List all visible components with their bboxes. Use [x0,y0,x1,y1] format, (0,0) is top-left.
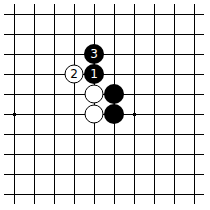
white-stone: 2 [65,65,84,84]
board-point-0-5[interactable] [4,104,24,124]
board-point-7-3[interactable] [144,64,164,84]
board-point-9-5[interactable] [184,104,204,124]
stone-move-number: 3 [90,48,98,60]
white-stone [85,105,104,124]
board-point-9-8[interactable] [184,164,204,184]
board-point-4-3[interactable]: 1 [84,64,104,84]
board-point-1-5[interactable] [24,104,44,124]
board-point-3-3[interactable]: 2 [64,64,84,84]
board-point-6-1[interactable] [124,24,144,44]
board-point-5-7[interactable] [104,144,124,164]
board-point-7-7[interactable] [144,144,164,164]
board-point-8-9[interactable] [164,184,184,204]
board-point-3-2[interactable] [64,44,84,64]
board-point-6-9[interactable] [124,184,144,204]
board-point-9-4[interactable] [184,84,204,104]
board-point-7-5[interactable] [144,104,164,124]
board-point-6-2[interactable] [124,44,144,64]
board-point-0-0[interactable] [4,4,24,24]
board-point-9-3[interactable] [184,64,204,84]
board-point-4-0[interactable] [84,4,104,24]
board-point-4-2[interactable]: 3 [84,44,104,64]
board-point-1-8[interactable] [24,164,44,184]
board-point-8-4[interactable] [164,84,184,104]
board-point-6-6[interactable] [124,124,144,144]
board-point-4-1[interactable] [84,24,104,44]
board-point-1-7[interactable] [24,144,44,164]
board-point-0-3[interactable] [4,64,24,84]
board-point-0-2[interactable] [4,44,24,64]
board-point-2-7[interactable] [44,144,64,164]
board-point-8-8[interactable] [164,164,184,184]
board-point-1-9[interactable] [24,184,44,204]
board-point-2-9[interactable] [44,184,64,204]
board-point-5-1[interactable] [104,24,124,44]
board-point-8-3[interactable] [164,64,184,84]
board-point-6-0[interactable] [124,4,144,24]
board-point-9-2[interactable] [184,44,204,64]
black-stone: 1 [84,64,104,84]
board-point-0-8[interactable] [4,164,24,184]
board-point-3-7[interactable] [64,144,84,164]
board-point-7-4[interactable] [144,84,164,104]
board-point-6-5[interactable] [124,104,144,124]
black-stone [104,104,124,124]
board-point-3-8[interactable] [64,164,84,184]
board-point-0-7[interactable] [4,144,24,164]
board-point-6-4[interactable] [124,84,144,104]
board-point-1-1[interactable] [24,24,44,44]
board-point-2-6[interactable] [44,124,64,144]
board-point-0-1[interactable] [4,24,24,44]
board-point-1-6[interactable] [24,124,44,144]
board-point-8-1[interactable] [164,24,184,44]
black-stone [104,84,124,104]
board-point-2-4[interactable] [44,84,64,104]
board-point-7-8[interactable] [144,164,164,184]
board-point-8-2[interactable] [164,44,184,64]
board-point-0-9[interactable] [4,184,24,204]
board-point-4-6[interactable] [84,124,104,144]
board-point-5-0[interactable] [104,4,124,24]
board-point-7-1[interactable] [144,24,164,44]
board-point-3-5[interactable] [64,104,84,124]
stone-move-number: 1 [90,68,98,80]
board-point-9-7[interactable] [184,144,204,164]
board-point-3-0[interactable] [64,4,84,24]
board-point-3-1[interactable] [64,24,84,44]
board-point-2-8[interactable] [44,164,64,184]
board-point-1-2[interactable] [24,44,44,64]
board-point-6-8[interactable] [124,164,144,184]
board-point-0-4[interactable] [4,84,24,104]
board-point-0-6[interactable] [4,124,24,144]
stone-move-number: 2 [70,68,78,80]
star-point-icon [133,113,136,116]
board-point-3-6[interactable] [64,124,84,144]
star-point-icon [13,113,16,116]
go-diagram: 321 [0,0,210,210]
go-board: 321 [4,4,204,204]
board-point-8-5[interactable] [164,104,184,124]
board-point-6-7[interactable] [124,144,144,164]
white-stone [85,85,104,104]
board-point-9-6[interactable] [184,124,204,144]
board-point-5-4[interactable] [104,84,124,104]
board-point-9-1[interactable] [184,24,204,44]
board-point-8-6[interactable] [164,124,184,144]
board-point-3-4[interactable] [64,84,84,104]
board-point-5-6[interactable] [104,124,124,144]
board-point-5-5[interactable] [104,104,124,124]
board-point-5-3[interactable] [104,64,124,84]
board-point-9-0[interactable] [184,4,204,24]
board-point-1-0[interactable] [24,4,44,24]
board-point-4-9[interactable] [84,184,104,204]
board-point-2-2[interactable] [44,44,64,64]
board-point-6-3[interactable] [124,64,144,84]
board-point-7-6[interactable] [144,124,164,144]
board-point-1-3[interactable] [24,64,44,84]
board-point-1-4[interactable] [24,84,44,104]
board-point-4-4[interactable] [84,84,104,104]
black-stone: 3 [84,44,104,64]
board-point-4-7[interactable] [84,144,104,164]
board-point-4-8[interactable] [84,164,104,184]
board-point-5-2[interactable] [104,44,124,64]
board-point-2-0[interactable] [44,4,64,24]
board-point-8-7[interactable] [164,144,184,164]
board-point-8-0[interactable] [164,4,184,24]
board-point-5-9[interactable] [104,184,124,204]
board-point-3-9[interactable] [64,184,84,204]
board-point-5-8[interactable] [104,164,124,184]
board-point-2-5[interactable] [44,104,64,124]
board-point-7-2[interactable] [144,44,164,64]
board-point-4-5[interactable] [84,104,104,124]
board-point-7-0[interactable] [144,4,164,24]
board-point-2-3[interactable] [44,64,64,84]
board-point-7-9[interactable] [144,184,164,204]
board-point-2-1[interactable] [44,24,64,44]
board-point-9-9[interactable] [184,184,204,204]
